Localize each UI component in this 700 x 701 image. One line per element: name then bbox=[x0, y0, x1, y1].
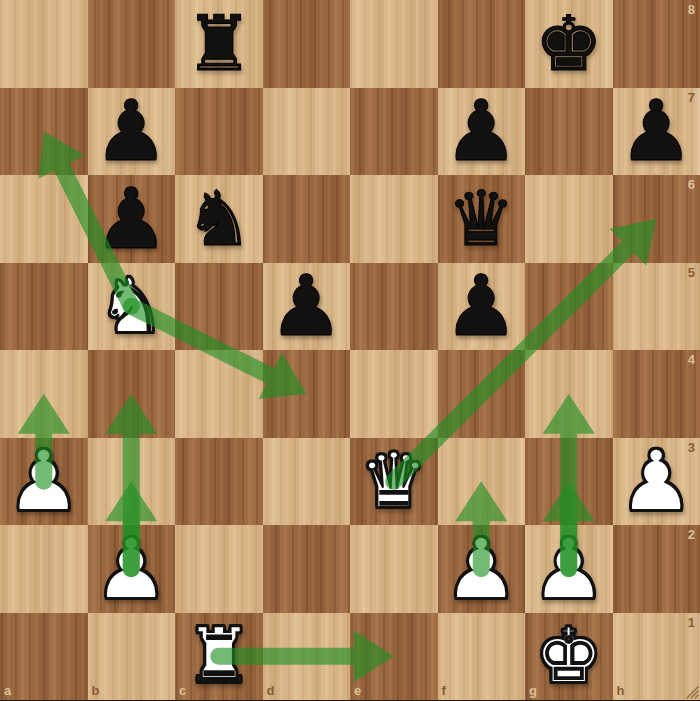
square-f4[interactable] bbox=[438, 350, 526, 438]
black-pawn-f7[interactable]: ♟ bbox=[438, 88, 526, 176]
square-e5[interactable] bbox=[350, 263, 438, 351]
square-h8[interactable] bbox=[613, 0, 700, 88]
square-c4[interactable] bbox=[175, 350, 263, 438]
white-queen-e3[interactable]: ♛ bbox=[350, 438, 438, 526]
black-pawn-d5[interactable]: ♟ bbox=[263, 263, 351, 351]
square-e4[interactable] bbox=[350, 350, 438, 438]
square-g7[interactable] bbox=[525, 88, 613, 176]
square-d4[interactable] bbox=[263, 350, 351, 438]
square-b4[interactable] bbox=[88, 350, 176, 438]
square-f8[interactable] bbox=[438, 0, 526, 88]
square-b3[interactable] bbox=[88, 438, 176, 526]
square-g6[interactable] bbox=[525, 175, 613, 263]
square-f1[interactable] bbox=[438, 613, 526, 701]
square-e7[interactable] bbox=[350, 88, 438, 176]
square-f3[interactable] bbox=[438, 438, 526, 526]
square-a7[interactable] bbox=[0, 88, 88, 176]
white-king-g1[interactable]: ♚ bbox=[525, 613, 613, 701]
black-king-g8[interactable]: ♚ bbox=[525, 0, 613, 88]
black-queen-f6[interactable]: ♛ bbox=[438, 175, 526, 263]
square-b8[interactable] bbox=[88, 0, 176, 88]
square-h5[interactable] bbox=[613, 263, 700, 351]
white-pawn-h3[interactable]: ♟ bbox=[613, 438, 700, 526]
square-c2[interactable] bbox=[175, 525, 263, 613]
black-pawn-b7[interactable]: ♟ bbox=[88, 88, 176, 176]
white-pawn-b2[interactable]: ♟ bbox=[88, 525, 176, 613]
square-e1[interactable] bbox=[350, 613, 438, 701]
square-a5[interactable] bbox=[0, 263, 88, 351]
square-h2[interactable] bbox=[613, 525, 700, 613]
square-c7[interactable] bbox=[175, 88, 263, 176]
white-knight-b5[interactable]: ♞ bbox=[88, 263, 176, 351]
square-a6[interactable] bbox=[0, 175, 88, 263]
square-h4[interactable] bbox=[613, 350, 700, 438]
square-b1[interactable] bbox=[88, 613, 176, 701]
square-a4[interactable] bbox=[0, 350, 88, 438]
square-c3[interactable] bbox=[175, 438, 263, 526]
square-a2[interactable] bbox=[0, 525, 88, 613]
square-g4[interactable] bbox=[525, 350, 613, 438]
square-e8[interactable] bbox=[350, 0, 438, 88]
chess-analysis-board-page: { "game": "chess", "position": { "fen": … bbox=[0, 0, 700, 701]
white-pawn-g2[interactable]: ♟ bbox=[525, 525, 613, 613]
black-pawn-f5[interactable]: ♟ bbox=[438, 263, 526, 351]
square-a1[interactable] bbox=[0, 613, 88, 701]
square-d3[interactable] bbox=[263, 438, 351, 526]
square-d7[interactable] bbox=[263, 88, 351, 176]
square-a8[interactable] bbox=[0, 0, 88, 88]
square-d6[interactable] bbox=[263, 175, 351, 263]
black-pawn-b6[interactable]: ♟ bbox=[88, 175, 176, 263]
board-resize-handle-icon[interactable] bbox=[684, 684, 699, 699]
white-pawn-f2[interactable]: ♟ bbox=[438, 525, 526, 613]
square-g3[interactable] bbox=[525, 438, 613, 526]
square-c5[interactable] bbox=[175, 263, 263, 351]
black-pawn-h7[interactable]: ♟ bbox=[613, 88, 700, 176]
square-e2[interactable] bbox=[350, 525, 438, 613]
black-knight-c6[interactable]: ♞ bbox=[175, 175, 263, 263]
square-g5[interactable] bbox=[525, 263, 613, 351]
square-d2[interactable] bbox=[263, 525, 351, 613]
chess-board[interactable]: 87654321abcdefgh ♜♚♟♟♟♟♞♛♞♟♟♟♛♟♟♟♟♜♚ bbox=[0, 0, 700, 700]
square-d8[interactable] bbox=[263, 0, 351, 88]
black-rook-c8[interactable]: ♜ bbox=[175, 0, 263, 88]
square-h6[interactable] bbox=[613, 175, 700, 263]
white-pawn-a3[interactable]: ♟ bbox=[0, 438, 88, 526]
square-e6[interactable] bbox=[350, 175, 438, 263]
white-rook-c1[interactable]: ♜ bbox=[175, 613, 263, 701]
square-d1[interactable] bbox=[263, 613, 351, 701]
